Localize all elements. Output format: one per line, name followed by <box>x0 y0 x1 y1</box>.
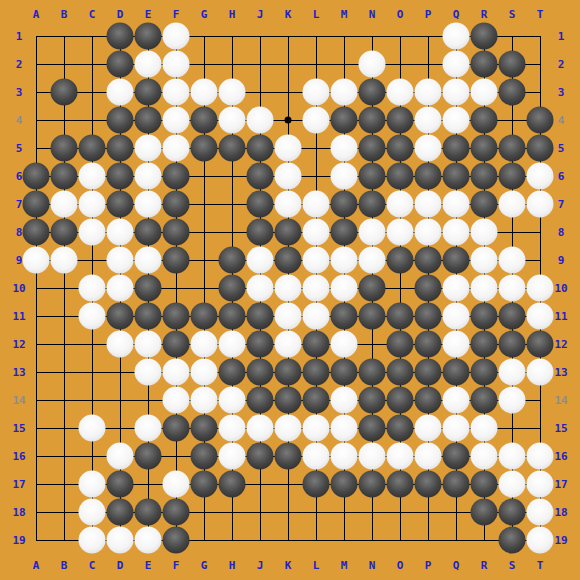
stone-white[interactable] <box>247 247 274 274</box>
row-label-left: 1 <box>16 30 23 43</box>
stone-black[interactable] <box>23 219 50 246</box>
stone-black[interactable] <box>107 51 134 78</box>
stone-white[interactable] <box>247 107 274 134</box>
stone-white[interactable] <box>359 51 386 78</box>
stone-black[interactable] <box>415 387 442 414</box>
stone-white[interactable] <box>79 415 106 442</box>
stone-white[interactable] <box>303 107 330 134</box>
stone-white[interactable] <box>527 443 554 470</box>
stone-white[interactable] <box>79 303 106 330</box>
row-label-left: 7 <box>16 198 23 211</box>
stone-black[interactable] <box>275 219 302 246</box>
stone-white[interactable] <box>219 443 246 470</box>
stone-black[interactable] <box>443 163 470 190</box>
stone-white[interactable] <box>331 163 358 190</box>
row-label-left: 2 <box>16 58 23 71</box>
stone-white[interactable] <box>415 415 442 442</box>
stone-white[interactable] <box>415 135 442 162</box>
stone-black[interactable] <box>331 191 358 218</box>
row-label-right: 9 <box>558 254 565 267</box>
stone-black[interactable] <box>219 359 246 386</box>
row-label-left: 18 <box>12 506 25 519</box>
stone-black[interactable] <box>219 247 246 274</box>
stone-white[interactable] <box>163 135 190 162</box>
stone-white[interactable] <box>387 79 414 106</box>
stone-black[interactable] <box>135 79 162 106</box>
stone-black[interactable] <box>415 331 442 358</box>
stone-black[interactable] <box>163 303 190 330</box>
stone-white[interactable] <box>471 79 498 106</box>
stone-black[interactable] <box>359 163 386 190</box>
stone-black[interactable] <box>219 135 246 162</box>
stone-white[interactable] <box>331 415 358 442</box>
stone-white[interactable] <box>135 135 162 162</box>
stone-white[interactable] <box>107 527 134 554</box>
stone-white[interactable] <box>163 51 190 78</box>
stone-white[interactable] <box>359 443 386 470</box>
row-label-left: 8 <box>16 226 23 239</box>
stone-white[interactable] <box>443 415 470 442</box>
stone-black[interactable] <box>471 387 498 414</box>
stone-black[interactable] <box>247 303 274 330</box>
stone-black[interactable] <box>275 247 302 274</box>
stone-black[interactable] <box>191 443 218 470</box>
stone-black[interactable] <box>23 163 50 190</box>
stone-white[interactable] <box>163 23 190 50</box>
stone-white[interactable] <box>163 359 190 386</box>
stone-black[interactable] <box>163 247 190 274</box>
stone-black[interactable] <box>527 107 554 134</box>
stone-white[interactable] <box>527 471 554 498</box>
stone-white[interactable] <box>471 275 498 302</box>
column-label-bottom: S <box>509 559 516 572</box>
stone-black[interactable] <box>191 471 218 498</box>
stone-white[interactable] <box>219 107 246 134</box>
stone-white[interactable] <box>471 415 498 442</box>
stone-black[interactable] <box>247 387 274 414</box>
stone-white[interactable] <box>135 163 162 190</box>
column-label-bottom: E <box>145 559 152 572</box>
stone-white[interactable] <box>331 135 358 162</box>
stone-white[interactable] <box>331 275 358 302</box>
stone-black[interactable] <box>415 275 442 302</box>
column-label-top: S <box>509 8 516 21</box>
stone-white[interactable] <box>79 163 106 190</box>
column-label-bottom: H <box>229 559 236 572</box>
stone-white[interactable] <box>303 191 330 218</box>
stone-white[interactable] <box>107 79 134 106</box>
stone-black[interactable] <box>443 247 470 274</box>
column-label-top: B <box>61 8 68 21</box>
column-label-top: D <box>117 8 124 21</box>
stone-black[interactable] <box>415 303 442 330</box>
row-label-left: 16 <box>12 450 25 463</box>
row-label-right: 17 <box>554 478 567 491</box>
stone-white[interactable] <box>443 191 470 218</box>
stone-white[interactable] <box>135 247 162 274</box>
stone-black[interactable] <box>135 219 162 246</box>
stone-white[interactable] <box>247 415 274 442</box>
stone-black[interactable] <box>79 135 106 162</box>
stone-white[interactable] <box>163 387 190 414</box>
stone-black[interactable] <box>303 359 330 386</box>
stone-white[interactable] <box>331 79 358 106</box>
stone-white[interactable] <box>191 331 218 358</box>
stone-white[interactable] <box>79 219 106 246</box>
stone-black[interactable] <box>135 107 162 134</box>
stone-white[interactable] <box>275 163 302 190</box>
column-label-top: A <box>33 8 40 21</box>
stone-white[interactable] <box>107 331 134 358</box>
stone-white[interactable] <box>107 443 134 470</box>
stone-white[interactable] <box>415 107 442 134</box>
stone-black[interactable] <box>51 79 78 106</box>
stone-black[interactable] <box>247 443 274 470</box>
stone-white[interactable] <box>527 499 554 526</box>
stone-black[interactable] <box>359 79 386 106</box>
stone-black[interactable] <box>387 107 414 134</box>
row-label-left: 3 <box>16 86 23 99</box>
row-label-left: 6 <box>16 170 23 183</box>
stone-black[interactable] <box>107 23 134 50</box>
go-board[interactable]: AABBCCDDEEFFGGHHJJKKLLMMNNOOPPQQRRSSTT11… <box>0 0 580 580</box>
stone-white[interactable] <box>191 359 218 386</box>
stone-white[interactable] <box>275 191 302 218</box>
column-label-bottom: J <box>257 559 264 572</box>
stone-black[interactable] <box>247 191 274 218</box>
stone-black[interactable] <box>303 471 330 498</box>
stone-white[interactable] <box>107 219 134 246</box>
stone-white[interactable] <box>303 303 330 330</box>
stone-white[interactable] <box>443 23 470 50</box>
stone-white[interactable] <box>135 359 162 386</box>
stone-white[interactable] <box>471 219 498 246</box>
stone-black[interactable] <box>415 471 442 498</box>
stone-black[interactable] <box>443 359 470 386</box>
stone-black[interactable] <box>163 219 190 246</box>
column-label-bottom: T <box>537 559 544 572</box>
row-label-left: 19 <box>12 534 25 547</box>
stone-black[interactable] <box>135 303 162 330</box>
column-label-top: K <box>285 8 292 21</box>
stone-white[interactable] <box>135 527 162 554</box>
stone-white[interactable] <box>527 275 554 302</box>
stone-black[interactable] <box>415 247 442 274</box>
stone-white[interactable] <box>443 219 470 246</box>
stone-black[interactable] <box>247 359 274 386</box>
stone-black[interactable] <box>499 79 526 106</box>
star-point-k4 <box>285 117 292 124</box>
stone-black[interactable] <box>499 331 526 358</box>
stone-black[interactable] <box>387 331 414 358</box>
stone-black[interactable] <box>471 191 498 218</box>
row-label-right: 5 <box>558 142 565 155</box>
stone-black[interactable] <box>275 443 302 470</box>
stone-black[interactable] <box>387 359 414 386</box>
stone-black[interactable] <box>387 387 414 414</box>
stone-white[interactable] <box>331 247 358 274</box>
column-label-top: C <box>89 8 96 21</box>
row-label-left: 12 <box>12 338 25 351</box>
stone-black[interactable] <box>303 331 330 358</box>
row-label-right: 1 <box>558 30 565 43</box>
stone-white[interactable] <box>415 219 442 246</box>
stone-black[interactable] <box>247 219 274 246</box>
stone-black[interactable] <box>107 499 134 526</box>
stone-black[interactable] <box>359 387 386 414</box>
stone-white[interactable] <box>135 331 162 358</box>
row-label-right: 13 <box>554 366 567 379</box>
stone-black[interactable] <box>471 23 498 50</box>
stone-black[interactable] <box>107 163 134 190</box>
stone-black[interactable] <box>51 219 78 246</box>
stone-white[interactable] <box>219 387 246 414</box>
row-label-right: 6 <box>558 170 565 183</box>
stone-black[interactable] <box>107 303 134 330</box>
stone-black[interactable] <box>471 107 498 134</box>
stone-white[interactable] <box>443 387 470 414</box>
stone-white[interactable] <box>135 51 162 78</box>
stone-white[interactable] <box>527 191 554 218</box>
stone-white[interactable] <box>499 443 526 470</box>
stone-black[interactable] <box>387 247 414 274</box>
stone-black[interactable] <box>471 359 498 386</box>
stone-black[interactable] <box>499 135 526 162</box>
stone-white[interactable] <box>303 275 330 302</box>
stone-black[interactable] <box>163 499 190 526</box>
stone-white[interactable] <box>443 275 470 302</box>
stone-white[interactable] <box>527 359 554 386</box>
stone-white[interactable] <box>247 275 274 302</box>
stone-white[interactable] <box>191 79 218 106</box>
stone-white[interactable] <box>415 443 442 470</box>
stone-black[interactable] <box>331 219 358 246</box>
column-label-bottom: Q <box>453 559 460 572</box>
stone-white[interactable] <box>303 247 330 274</box>
stone-black[interactable] <box>135 443 162 470</box>
stone-white[interactable] <box>79 275 106 302</box>
stone-black[interactable] <box>499 499 526 526</box>
stone-black[interactable] <box>471 135 498 162</box>
stone-white[interactable] <box>387 219 414 246</box>
stone-white[interactable] <box>163 107 190 134</box>
stone-black[interactable] <box>275 359 302 386</box>
stone-black[interactable] <box>499 527 526 554</box>
stone-white[interactable] <box>387 191 414 218</box>
stone-black[interactable] <box>219 275 246 302</box>
column-label-top: O <box>397 8 404 21</box>
stone-white[interactable] <box>499 191 526 218</box>
stone-white[interactable] <box>191 387 218 414</box>
stone-black[interactable] <box>471 51 498 78</box>
stone-white[interactable] <box>415 79 442 106</box>
stone-white[interactable] <box>163 79 190 106</box>
stone-black[interactable] <box>359 191 386 218</box>
stone-black[interactable] <box>387 303 414 330</box>
stone-white[interactable] <box>51 191 78 218</box>
stone-black[interactable] <box>499 303 526 330</box>
stone-white[interactable] <box>499 359 526 386</box>
stone-white[interactable] <box>51 247 78 274</box>
stone-black[interactable] <box>471 499 498 526</box>
stone-black[interactable] <box>471 303 498 330</box>
stone-black[interactable] <box>219 471 246 498</box>
column-label-bottom: M <box>341 559 348 572</box>
stone-white[interactable] <box>219 331 246 358</box>
stone-black[interactable] <box>331 359 358 386</box>
stone-black[interactable] <box>443 135 470 162</box>
stone-white[interactable] <box>443 51 470 78</box>
stone-black[interactable] <box>107 191 134 218</box>
stone-white[interactable] <box>219 415 246 442</box>
stone-white[interactable] <box>443 107 470 134</box>
stone-white[interactable] <box>499 471 526 498</box>
stone-white[interactable] <box>471 443 498 470</box>
stone-black[interactable] <box>191 415 218 442</box>
stone-black[interactable] <box>359 107 386 134</box>
stone-black[interactable] <box>471 331 498 358</box>
column-label-bottom: L <box>313 559 320 572</box>
stone-black[interactable] <box>331 303 358 330</box>
stone-black[interactable] <box>387 471 414 498</box>
stone-white[interactable] <box>359 219 386 246</box>
row-label-left: 13 <box>12 366 25 379</box>
stone-black[interactable] <box>359 303 386 330</box>
stone-black[interactable] <box>387 415 414 442</box>
stone-black[interactable] <box>499 51 526 78</box>
stone-white[interactable] <box>471 247 498 274</box>
stone-black[interactable] <box>415 163 442 190</box>
stone-white[interactable] <box>331 443 358 470</box>
stone-white[interactable] <box>499 247 526 274</box>
stone-black[interactable] <box>499 163 526 190</box>
stone-white[interactable] <box>23 247 50 274</box>
stone-white[interactable] <box>331 387 358 414</box>
stone-black[interactable] <box>443 443 470 470</box>
stone-black[interactable] <box>359 275 386 302</box>
stone-white[interactable] <box>135 191 162 218</box>
stone-black[interactable] <box>359 471 386 498</box>
stone-white[interactable] <box>79 527 106 554</box>
stone-black[interactable] <box>191 107 218 134</box>
column-label-top: N <box>369 8 376 21</box>
stone-black[interactable] <box>443 471 470 498</box>
stone-black[interactable] <box>107 135 134 162</box>
column-label-top: Q <box>453 8 460 21</box>
stone-black[interactable] <box>275 387 302 414</box>
stone-white[interactable] <box>527 527 554 554</box>
stone-black[interactable] <box>247 135 274 162</box>
stone-white[interactable] <box>443 79 470 106</box>
row-label-left: 17 <box>12 478 25 491</box>
stone-black[interactable] <box>163 163 190 190</box>
stone-black[interactable] <box>471 163 498 190</box>
stone-white[interactable] <box>303 443 330 470</box>
stone-black[interactable] <box>359 415 386 442</box>
stone-white[interactable] <box>527 163 554 190</box>
stone-white[interactable] <box>303 415 330 442</box>
stone-black[interactable] <box>527 135 554 162</box>
row-label-right: 2 <box>558 58 565 71</box>
stone-white[interactable] <box>79 191 106 218</box>
stone-white[interactable] <box>107 275 134 302</box>
stone-black[interactable] <box>135 275 162 302</box>
stone-black[interactable] <box>23 191 50 218</box>
column-label-bottom: O <box>397 559 404 572</box>
stone-white[interactable] <box>499 275 526 302</box>
stone-black[interactable] <box>359 359 386 386</box>
stone-black[interactable] <box>331 471 358 498</box>
stone-white[interactable] <box>275 415 302 442</box>
stone-black[interactable] <box>163 527 190 554</box>
stone-black[interactable] <box>163 331 190 358</box>
stone-black[interactable] <box>247 163 274 190</box>
row-label-right: 15 <box>554 422 567 435</box>
stone-black[interactable] <box>163 191 190 218</box>
stone-black[interactable] <box>387 135 414 162</box>
stone-white[interactable] <box>219 79 246 106</box>
stone-black[interactable] <box>471 471 498 498</box>
stone-black[interactable] <box>51 135 78 162</box>
stone-black[interactable] <box>191 303 218 330</box>
row-label-right: 4 <box>558 114 565 127</box>
stone-black[interactable] <box>51 163 78 190</box>
stone-white[interactable] <box>331 331 358 358</box>
stone-white[interactable] <box>499 387 526 414</box>
stone-black[interactable] <box>527 331 554 358</box>
stone-black[interactable] <box>219 303 246 330</box>
stone-white[interactable] <box>359 247 386 274</box>
stone-black[interactable] <box>135 499 162 526</box>
stone-white[interactable] <box>387 443 414 470</box>
row-label-left: 5 <box>16 142 23 155</box>
stone-black[interactable] <box>331 107 358 134</box>
stone-black[interactable] <box>163 415 190 442</box>
stone-white[interactable] <box>275 135 302 162</box>
stone-white[interactable] <box>275 331 302 358</box>
column-label-bottom: R <box>481 559 488 572</box>
stone-white[interactable] <box>443 331 470 358</box>
stone-black[interactable] <box>415 359 442 386</box>
stone-black[interactable] <box>191 135 218 162</box>
column-label-bottom: K <box>285 559 292 572</box>
stone-white[interactable] <box>163 471 190 498</box>
stone-black[interactable] <box>107 471 134 498</box>
stone-black[interactable] <box>135 23 162 50</box>
column-label-top: R <box>481 8 488 21</box>
column-label-top: P <box>425 8 432 21</box>
stone-white[interactable] <box>275 303 302 330</box>
stone-black[interactable] <box>247 331 274 358</box>
stone-white[interactable] <box>443 303 470 330</box>
column-label-top: F <box>173 8 180 21</box>
column-label-top: H <box>229 8 236 21</box>
stone-white[interactable] <box>275 275 302 302</box>
stone-white[interactable] <box>303 219 330 246</box>
stone-black[interactable] <box>387 163 414 190</box>
stone-white[interactable] <box>303 79 330 106</box>
stone-white[interactable] <box>79 471 106 498</box>
stone-black[interactable] <box>107 107 134 134</box>
stone-black[interactable] <box>303 387 330 414</box>
stone-white[interactable] <box>527 303 554 330</box>
column-label-bottom: G <box>201 559 208 572</box>
stone-white[interactable] <box>135 415 162 442</box>
stone-black[interactable] <box>359 135 386 162</box>
stone-white[interactable] <box>79 499 106 526</box>
stone-white[interactable] <box>415 191 442 218</box>
stone-white[interactable] <box>107 247 134 274</box>
